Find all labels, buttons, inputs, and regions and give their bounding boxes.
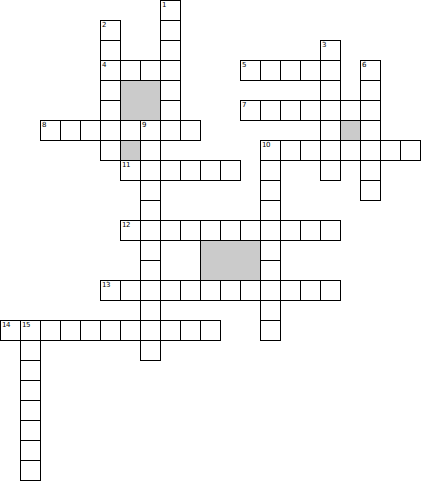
cell-r16-c4[interactable]: [80, 320, 101, 341]
cell-r3-c8[interactable]: [160, 60, 181, 81]
cell-r7-c20[interactable]: [400, 140, 421, 161]
cell-r16-c8[interactable]: [160, 320, 181, 341]
cell-r1-c5[interactable]: 2: [100, 20, 121, 41]
cell-r4-c16[interactable]: [320, 80, 341, 101]
cell-r6-c18[interactable]: [360, 120, 381, 141]
cell-r14-c9[interactable]: [180, 280, 201, 301]
cell-r14-c12[interactable]: [240, 280, 261, 301]
cell-r3-c14[interactable]: [280, 60, 301, 81]
blocked-cell-r6-c17: [340, 120, 361, 141]
cell-r6-c9[interactable]: [180, 120, 201, 141]
cell-r7-c15[interactable]: [300, 140, 321, 161]
cell-r5-c17[interactable]: [340, 100, 361, 121]
cell-r7-c7[interactable]: [140, 140, 161, 161]
cell-r14-c5[interactable]: 13: [100, 280, 121, 301]
cell-r16-c0[interactable]: 14: [0, 320, 21, 341]
cell-r11-c12[interactable]: [240, 220, 261, 241]
cell-r5-c8[interactable]: [160, 100, 181, 121]
clue-number-13: 13: [102, 281, 110, 289]
clue-number-6: 6: [362, 61, 366, 69]
cell-r12-c7[interactable]: [140, 240, 161, 261]
cell-r16-c9[interactable]: [180, 320, 201, 341]
cell-r16-c10[interactable]: [200, 320, 221, 341]
cell-r14-c7[interactable]: [140, 280, 161, 301]
cell-r8-c11[interactable]: [220, 160, 241, 181]
cell-r6-c2[interactable]: 8: [40, 120, 61, 141]
cell-r6-c6[interactable]: [120, 120, 141, 141]
cell-r4-c5[interactable]: [100, 80, 121, 101]
cell-r3-c7[interactable]: [140, 60, 161, 81]
cell-r5-c12[interactable]: 7: [240, 100, 261, 121]
cell-r7-c17[interactable]: [340, 140, 361, 161]
cell-r8-c6[interactable]: 11: [120, 160, 141, 181]
cell-r16-c1[interactable]: 15: [20, 320, 41, 341]
cell-r11-c16[interactable]: [320, 220, 341, 241]
cell-r5-c5[interactable]: [100, 100, 121, 121]
cell-r6-c7[interactable]: 9: [140, 120, 161, 141]
clue-number-14: 14: [2, 321, 10, 329]
clue-number-10: 10: [262, 141, 270, 149]
cell-r5-c18[interactable]: [360, 100, 381, 121]
cell-r5-c15[interactable]: [300, 100, 321, 121]
cell-r8-c9[interactable]: [180, 160, 201, 181]
cell-r3-c16[interactable]: [320, 60, 341, 81]
clue-number-4: 4: [102, 61, 106, 69]
clue-number-3: 3: [322, 41, 326, 49]
cell-r17-c1[interactable]: [20, 340, 41, 361]
cell-r16-c3[interactable]: [60, 320, 81, 341]
cell-r16-c6[interactable]: [120, 320, 141, 341]
cell-r12-c13[interactable]: [260, 240, 281, 261]
cell-r8-c16[interactable]: [320, 160, 341, 181]
cell-r9-c18[interactable]: [360, 180, 381, 201]
clue-number-15: 15: [22, 321, 30, 329]
cell-r11-c10[interactable]: [200, 220, 221, 241]
cell-r14-c11[interactable]: [220, 280, 241, 301]
cell-r18-c1[interactable]: [20, 360, 41, 381]
cell-r9-c7[interactable]: [140, 180, 161, 201]
cell-r14-c15[interactable]: [300, 280, 321, 301]
cell-r11-c8[interactable]: [160, 220, 181, 241]
cell-r22-c1[interactable]: [20, 440, 41, 461]
cell-r7-c19[interactable]: [380, 140, 401, 161]
cell-r3-c5[interactable]: 4: [100, 60, 121, 81]
cell-r0-c8[interactable]: 1: [160, 0, 181, 21]
cell-r20-c1[interactable]: [20, 400, 41, 421]
cell-r11-c7[interactable]: [140, 220, 161, 241]
clue-number-12: 12: [122, 221, 130, 229]
clue-number-8: 8: [42, 121, 46, 129]
blocked-cell-r7-c6: [120, 140, 141, 161]
cell-r4-c8[interactable]: [160, 80, 181, 101]
cell-r5-c13[interactable]: [260, 100, 281, 121]
cell-r8-c18[interactable]: [360, 160, 381, 181]
cell-r16-c13[interactable]: [260, 320, 281, 341]
cell-r14-c10[interactable]: [200, 280, 221, 301]
cell-r15-c13[interactable]: [260, 300, 281, 321]
cell-r6-c3[interactable]: [60, 120, 81, 141]
cell-r14-c16[interactable]: [320, 280, 341, 301]
cell-r16-c5[interactable]: [100, 320, 121, 341]
cell-r3-c15[interactable]: [300, 60, 321, 81]
clue-number-11: 11: [122, 161, 130, 169]
cell-r5-c14[interactable]: [280, 100, 301, 121]
cell-r15-c7[interactable]: [140, 300, 161, 321]
cell-r16-c2[interactable]: [40, 320, 61, 341]
cell-r13-c13[interactable]: [260, 260, 281, 281]
cell-r7-c13[interactable]: 10: [260, 140, 281, 161]
cell-r2-c16[interactable]: 3: [320, 40, 341, 61]
cell-r6-c5[interactable]: [100, 120, 121, 141]
cell-r3-c6[interactable]: [120, 60, 141, 81]
cell-r14-c14[interactable]: [280, 280, 301, 301]
cell-r3-c18[interactable]: 6: [360, 60, 381, 81]
cell-r2-c5[interactable]: [100, 40, 121, 61]
cell-r7-c16[interactable]: [320, 140, 341, 161]
cell-r14-c6[interactable]: [120, 280, 141, 301]
cell-r5-c16[interactable]: [320, 100, 341, 121]
cell-r11-c13[interactable]: [260, 220, 281, 241]
cell-r8-c10[interactable]: [200, 160, 221, 181]
cell-r6-c4[interactable]: [80, 120, 101, 141]
cell-r11-c14[interactable]: [280, 220, 301, 241]
cell-r13-c7[interactable]: [140, 260, 161, 281]
cell-r8-c13[interactable]: [260, 160, 281, 181]
crossword-page: 123456789101112131415: [0, 0, 421, 481]
cell-r14-c13[interactable]: [260, 280, 281, 301]
cell-r3-c12[interactable]: 5: [240, 60, 261, 81]
cell-r4-c18[interactable]: [360, 80, 381, 101]
clue-number-2: 2: [102, 21, 106, 29]
cell-r9-c13[interactable]: [260, 180, 281, 201]
cell-r21-c1[interactable]: [20, 420, 41, 441]
cell-r17-c7[interactable]: [140, 340, 161, 361]
cell-r7-c5[interactable]: [100, 140, 121, 161]
cell-r11-c9[interactable]: [180, 220, 201, 241]
cell-r7-c18[interactable]: [360, 140, 381, 161]
cell-r23-c1[interactable]: [20, 460, 41, 481]
cell-r8-c8[interactable]: [160, 160, 181, 181]
cell-r7-c14[interactable]: [280, 140, 301, 161]
cell-r14-c8[interactable]: [160, 280, 181, 301]
clue-number-5: 5: [242, 61, 246, 69]
cell-r11-c6[interactable]: 12: [120, 220, 141, 241]
cell-r10-c7[interactable]: [140, 200, 161, 221]
cell-r8-c7[interactable]: [140, 160, 161, 181]
cell-r16-c7[interactable]: [140, 320, 161, 341]
blocked-cell-r4-c6: [120, 80, 161, 121]
cell-r11-c11[interactable]: [220, 220, 241, 241]
cell-r6-c8[interactable]: [160, 120, 181, 141]
cell-r6-c16[interactable]: [320, 120, 341, 141]
cell-r10-c13[interactable]: [260, 200, 281, 221]
clue-number-7: 7: [242, 101, 246, 109]
cell-r3-c13[interactable]: [260, 60, 281, 81]
crossword-grid: 123456789101112131415: [0, 0, 421, 481]
clue-number-9: 9: [142, 121, 146, 129]
cell-r1-c8[interactable]: [160, 20, 181, 41]
cell-r19-c1[interactable]: [20, 380, 41, 401]
blocked-cell-r12-c10: [200, 240, 261, 281]
clue-number-1: 1: [162, 1, 166, 9]
cell-r11-c15[interactable]: [300, 220, 321, 241]
cell-r2-c8[interactable]: [160, 40, 181, 61]
